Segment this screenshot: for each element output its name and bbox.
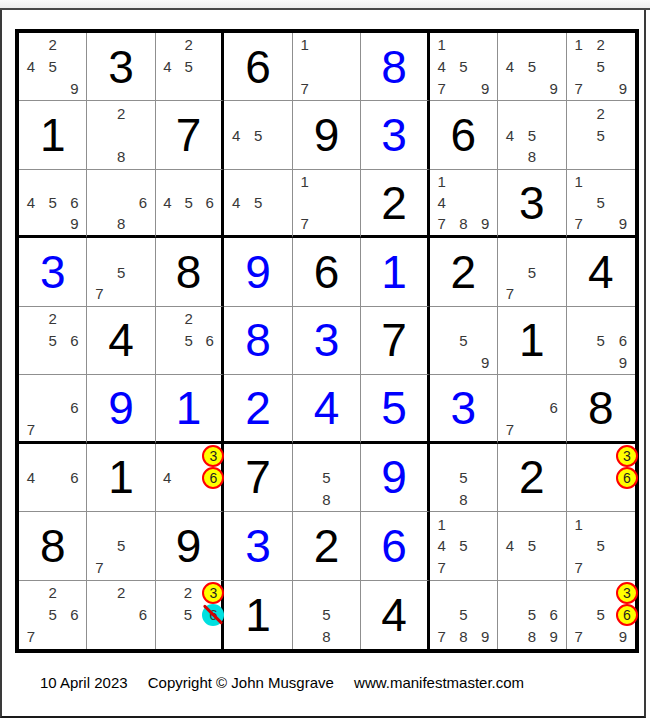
pencil-mark-grid: 68 <box>88 171 153 234</box>
candidate: 7 <box>27 422 35 437</box>
candidate: 5 <box>322 470 330 485</box>
candidate: 4 <box>506 59 514 74</box>
footer-copyright: Copyright © John Musgrave <box>148 674 334 691</box>
cell-r7c9[interactable]: 36 <box>567 444 635 512</box>
cell-r7c5[interactable]: 58 <box>293 444 361 512</box>
given-digit: 7 <box>245 454 271 500</box>
cell-r1c9[interactable]: 12579 <box>567 33 635 101</box>
given-digit: 4 <box>108 317 134 363</box>
pencil-mark-grid: 256 <box>157 308 220 373</box>
cell-r6c3[interactable]: 1 <box>156 375 224 443</box>
cell-r2c5[interactable]: 9 <box>293 101 361 169</box>
cell-r5c3[interactable]: 256 <box>156 307 224 375</box>
candidate: 1 <box>574 37 582 52</box>
cell-r4c3[interactable]: 8 <box>156 238 224 306</box>
candidate: 5 <box>528 128 536 143</box>
candidate: 1 <box>437 37 445 52</box>
cell-r5c6[interactable]: 7 <box>361 307 429 375</box>
cell-r7c6[interactable]: 9 <box>361 444 429 512</box>
candidate: 5 <box>322 607 330 622</box>
cell-r9c4[interactable]: 1 <box>224 581 292 649</box>
candidate-eliminated: 6 <box>202 604 224 626</box>
candidate: 7 <box>574 81 582 96</box>
footer-date: 10 April 2023 <box>40 674 128 691</box>
candidate: 5 <box>117 538 125 553</box>
pencil-mark-grid: 2356 <box>157 582 220 648</box>
pencil-mark-grid: 456 <box>157 171 220 234</box>
cell-r5c5[interactable]: 3 <box>293 307 361 375</box>
given-digit: 8 <box>176 249 202 295</box>
cell-r8c4[interactable]: 3 <box>224 512 292 580</box>
cell-r9c7[interactable]: 5789 <box>430 581 498 649</box>
given-digit: 1 <box>108 454 134 500</box>
pencil-mark-grid: 12579 <box>568 34 634 99</box>
candidate: 7 <box>301 216 309 231</box>
cell-r1c7[interactable]: 14579 <box>430 33 498 101</box>
candidate-circled: 6 <box>202 467 224 489</box>
cell-r5c8[interactable]: 1 <box>498 307 566 375</box>
candidate: 2 <box>117 585 125 600</box>
solved-digit: 9 <box>381 454 407 500</box>
pencil-mark-grid: 57 <box>499 239 564 304</box>
cell-r9c2[interactable]: 26 <box>87 581 155 649</box>
given-digit: 8 <box>588 385 614 431</box>
solved-digit: 9 <box>108 385 134 431</box>
pencil-mark-grid: 17 <box>294 171 359 234</box>
candidate: 4 <box>232 128 240 143</box>
solved-digit: 3 <box>451 385 477 431</box>
candidate: 5 <box>49 607 57 622</box>
cell-r3c2[interactable]: 68 <box>87 170 155 238</box>
given-digit: 9 <box>176 523 202 569</box>
candidate: 7 <box>437 560 445 575</box>
cell-r9c6[interactable]: 4 <box>361 581 429 649</box>
candidate: 5 <box>184 607 192 622</box>
cell-r5c9[interactable]: 569 <box>567 307 635 375</box>
candidate: 5 <box>459 59 467 74</box>
cell-r1c6[interactable]: 8 <box>361 33 429 101</box>
cell-r2c8[interactable]: 458 <box>498 101 566 169</box>
cell-r5c2[interactable]: 4 <box>87 307 155 375</box>
candidate: 7 <box>506 286 514 301</box>
candidate: 7 <box>574 560 582 575</box>
cell-r3c1[interactable]: 4569 <box>19 170 87 238</box>
candidate-circled: 3 <box>616 445 638 467</box>
given-digit: 4 <box>381 592 407 638</box>
content-area: 2459324561781457945912579128745936458254… <box>0 10 646 718</box>
candidate: 5 <box>254 195 262 210</box>
cell-r1c3[interactable]: 245 <box>156 33 224 101</box>
pencil-mark-grid: 256 <box>20 308 85 373</box>
cell-r4c5[interactable]: 6 <box>293 238 361 306</box>
pencil-mark-grid: 67 <box>20 376 85 439</box>
cell-r4c7[interactable]: 2 <box>430 238 498 306</box>
solved-digit: 3 <box>245 523 271 569</box>
candidate: 2 <box>184 311 192 326</box>
given-digit: 1 <box>40 112 66 158</box>
candidate: 9 <box>70 81 78 96</box>
given-digit: 9 <box>314 112 340 158</box>
cell-r4c4[interactable]: 9 <box>224 238 292 306</box>
cell-r1c2[interactable]: 3 <box>87 33 155 101</box>
candidate: 9 <box>549 629 557 644</box>
pencil-mark-grid: 36 <box>568 445 634 510</box>
pencil-mark-grid: 45 <box>499 513 564 578</box>
candidate: 9 <box>619 216 627 231</box>
cell-r7c3[interactable]: 346 <box>156 444 224 512</box>
candidate: 6 <box>619 333 627 348</box>
cell-r6c4[interactable]: 2 <box>224 375 292 443</box>
candidate: 1 <box>574 517 582 532</box>
candidate-circled: 3 <box>616 582 638 604</box>
given-digit: 8 <box>40 523 66 569</box>
candidate: 2 <box>184 37 192 52</box>
cell-r8c5[interactable]: 2 <box>293 512 361 580</box>
cell-r8c3[interactable]: 9 <box>156 512 224 580</box>
candidate: 4 <box>437 538 445 553</box>
cell-r3c3[interactable]: 456 <box>156 170 224 238</box>
candidate: 6 <box>70 400 78 415</box>
solved-digit: 8 <box>245 317 271 363</box>
given-digit: 2 <box>519 454 545 500</box>
candidate: 8 <box>459 492 467 507</box>
candidate: 2 <box>49 311 57 326</box>
candidate: 4 <box>163 59 171 74</box>
candidate: 1 <box>301 37 309 52</box>
candidate: 8 <box>459 216 467 231</box>
pencil-mark-grid: 4569 <box>20 171 85 234</box>
cell-r6c7[interactable]: 3 <box>430 375 498 443</box>
given-digit: 2 <box>381 180 407 226</box>
candidate: 9 <box>70 216 78 231</box>
candidate: 6 <box>549 607 557 622</box>
candidate: 7 <box>574 629 582 644</box>
cell-r2c3[interactable]: 7 <box>156 101 224 169</box>
cell-r8c6[interactable]: 6 <box>361 512 429 580</box>
candidate: 7 <box>301 81 309 96</box>
cell-r6c6[interactable]: 5 <box>361 375 429 443</box>
given-digit: 7 <box>176 112 202 158</box>
pencil-mark-grid: 1457 <box>431 513 496 578</box>
candidate: 4 <box>506 128 514 143</box>
given-digit: 6 <box>451 112 477 158</box>
candidate: 5 <box>184 333 192 348</box>
cell-r4c2[interactable]: 57 <box>87 238 155 306</box>
cell-r8c7[interactable]: 1457 <box>430 512 498 580</box>
cell-r5c1[interactable]: 256 <box>19 307 87 375</box>
given-digit: 6 <box>314 249 340 295</box>
pencil-mark-grid: 14789 <box>431 171 496 234</box>
candidate: 2 <box>597 106 605 121</box>
cell-r3c8[interactable]: 3 <box>498 170 566 238</box>
candidate: 8 <box>528 629 536 644</box>
footer-website-link[interactable]: www.manifestmaster.com <box>354 674 524 691</box>
candidate: 4 <box>437 195 445 210</box>
candidate: 9 <box>619 355 627 370</box>
candidate: 7 <box>437 81 445 96</box>
candidate: 6 <box>70 470 78 485</box>
cell-r2c1[interactable]: 1 <box>19 101 87 169</box>
candidate: 9 <box>481 629 489 644</box>
pencil-mark-grid: 245 <box>157 34 220 99</box>
candidate: 2 <box>597 37 605 52</box>
candidate: 8 <box>322 492 330 507</box>
candidate: 1 <box>437 517 445 532</box>
solved-digit: 5 <box>381 385 407 431</box>
candidate: 8 <box>322 629 330 644</box>
cell-r6c2[interactable]: 9 <box>87 375 155 443</box>
solved-digit: 6 <box>381 523 407 569</box>
candidate: 5 <box>459 607 467 622</box>
cell-r4c6[interactable]: 1 <box>361 238 429 306</box>
candidate: 6 <box>206 195 214 210</box>
pencil-mark-grid: 25 <box>568 102 634 167</box>
cell-r6c5[interactable]: 4 <box>293 375 361 443</box>
cell-r3c6[interactable]: 2 <box>361 170 429 238</box>
pencil-mark-grid: 28 <box>88 102 153 167</box>
pencil-mark-grid: 58 <box>431 445 496 510</box>
candidate: 5 <box>528 59 536 74</box>
given-digit: 1 <box>245 592 271 638</box>
candidate: 5 <box>184 195 192 210</box>
cell-r2c6[interactable]: 3 <box>361 101 429 169</box>
candidate: 5 <box>597 195 605 210</box>
pencil-mark-grid: 45 <box>225 102 290 167</box>
cell-r2c2[interactable]: 28 <box>87 101 155 169</box>
candidate: 4 <box>437 59 445 74</box>
cell-r7c1[interactable]: 46 <box>19 444 87 512</box>
candidate: 6 <box>139 195 147 210</box>
pencil-mark-grid: 35679 <box>568 582 634 648</box>
cell-r1c5[interactable]: 17 <box>293 33 361 101</box>
cell-r8c1[interactable]: 8 <box>19 512 87 580</box>
candidate: 5 <box>597 59 605 74</box>
cell-r1c1[interactable]: 2459 <box>19 33 87 101</box>
candidate: 5 <box>49 59 57 74</box>
cell-r4c8[interactable]: 57 <box>498 238 566 306</box>
pencil-mark-grid: 1579 <box>568 171 634 234</box>
candidate: 5 <box>459 333 467 348</box>
footer: 10 April 2023 Copyright © John Musgrave … <box>40 674 524 691</box>
cell-r9c1[interactable]: 2567 <box>19 581 87 649</box>
candidate: 2 <box>184 585 192 600</box>
cell-r1c4[interactable]: 6 <box>224 33 292 101</box>
cell-r3c9[interactable]: 1579 <box>567 170 635 238</box>
cell-r8c8[interactable]: 45 <box>498 512 566 580</box>
candidate: 4 <box>27 470 35 485</box>
given-digit: 6 <box>245 44 271 90</box>
candidate: 7 <box>95 560 103 575</box>
candidate: 5 <box>597 607 605 622</box>
candidate: 7 <box>506 422 514 437</box>
candidate: 8 <box>117 216 125 231</box>
candidate: 5 <box>528 538 536 553</box>
cell-r3c4[interactable]: 45 <box>224 170 292 238</box>
candidate: 5 <box>459 470 467 485</box>
pencil-mark-grid: 458 <box>499 102 564 167</box>
cell-r8c2[interactable]: 57 <box>87 512 155 580</box>
pencil-mark-grid: 58 <box>294 445 359 510</box>
candidate: 6 <box>549 400 557 415</box>
candidate: 2 <box>117 106 125 121</box>
solved-digit: 2 <box>245 385 271 431</box>
candidate: 9 <box>619 629 627 644</box>
pencil-mark-grid: 67 <box>499 376 564 439</box>
given-digit: 3 <box>519 180 545 226</box>
candidate: 9 <box>481 216 489 231</box>
pencil-mark-grid: 58 <box>294 582 359 648</box>
candidate: 5 <box>254 128 262 143</box>
candidate: 4 <box>27 195 35 210</box>
cell-r5c7[interactable]: 59 <box>430 307 498 375</box>
pencil-mark-grid: 157 <box>568 513 634 578</box>
candidate: 5 <box>459 538 467 553</box>
pencil-mark-grid: 45 <box>225 171 290 234</box>
candidate: 5 <box>597 538 605 553</box>
cell-r7c8[interactable]: 2 <box>498 444 566 512</box>
given-digit: 2 <box>314 523 340 569</box>
solved-digit: 3 <box>381 112 407 158</box>
pencil-mark-grid: 459 <box>499 34 564 99</box>
candidate: 4 <box>163 470 171 485</box>
cell-r3c5[interactable]: 17 <box>293 170 361 238</box>
pencil-mark-grid: 26 <box>88 582 153 648</box>
cell-r3c7[interactable]: 14789 <box>430 170 498 238</box>
cell-r9c3[interactable]: 2356 <box>156 581 224 649</box>
given-digit: 7 <box>381 317 407 363</box>
candidate: 9 <box>481 355 489 370</box>
candidate: 2 <box>49 37 57 52</box>
candidate: 4 <box>232 195 240 210</box>
candidate-circled: 3 <box>202 445 224 467</box>
candidate: 6 <box>70 607 78 622</box>
candidate: 5 <box>117 265 125 280</box>
candidate: 7 <box>574 216 582 231</box>
pencil-mark-grid: 57 <box>88 513 153 578</box>
candidate: 6 <box>70 333 78 348</box>
cell-r4c1[interactable]: 3 <box>19 238 87 306</box>
given-digit: 2 <box>451 249 477 295</box>
candidate: 6 <box>70 195 78 210</box>
pencil-mark-grid: 59 <box>431 308 496 373</box>
candidate: 1 <box>437 174 445 189</box>
candidate: 5 <box>597 128 605 143</box>
candidate: 2 <box>49 585 57 600</box>
cell-r6c8[interactable]: 67 <box>498 375 566 443</box>
window-top-edge <box>0 0 650 10</box>
solved-digit: 1 <box>381 249 407 295</box>
given-digit: 1 <box>519 317 545 363</box>
elimination-slash-icon <box>203 604 224 625</box>
candidate: 5 <box>528 607 536 622</box>
solved-digit: 1 <box>176 385 202 431</box>
candidate: 1 <box>574 174 582 189</box>
cell-r2c9[interactable]: 25 <box>567 101 635 169</box>
candidate: 8 <box>459 629 467 644</box>
cell-r7c7[interactable]: 58 <box>430 444 498 512</box>
cell-r5c4[interactable]: 8 <box>224 307 292 375</box>
candidate: 9 <box>549 81 557 96</box>
candidate: 6 <box>139 607 147 622</box>
candidate-circled: 6 <box>616 467 638 489</box>
cell-r9c5[interactable]: 58 <box>293 581 361 649</box>
pencil-mark-grid: 2567 <box>20 582 85 648</box>
cell-r9c9[interactable]: 35679 <box>567 581 635 649</box>
pencil-mark-grid: 46 <box>20 445 85 510</box>
candidate: 7 <box>95 286 103 301</box>
candidate: 6 <box>206 333 214 348</box>
given-digit: 4 <box>588 249 614 295</box>
solved-digit: 9 <box>245 249 271 295</box>
cell-r6c1[interactable]: 67 <box>19 375 87 443</box>
cell-r8c9[interactable]: 157 <box>567 512 635 580</box>
candidate: 8 <box>528 149 536 164</box>
candidate: 9 <box>619 81 627 96</box>
cell-r4c9[interactable]: 4 <box>567 238 635 306</box>
candidate: 5 <box>49 195 57 210</box>
solved-digit: 3 <box>40 249 66 295</box>
candidate: 4 <box>163 195 171 210</box>
candidate-circled: 6 <box>616 604 638 626</box>
pencil-mark-grid: 57 <box>88 239 153 304</box>
cell-r2c4[interactable]: 45 <box>224 101 292 169</box>
cell-r9c8[interactable]: 5689 <box>498 581 566 649</box>
page: 2459324561781457945912579128745936458254… <box>0 0 650 720</box>
cell-r2c7[interactable]: 6 <box>430 101 498 169</box>
solved-digit: 3 <box>314 317 340 363</box>
candidate: 9 <box>481 81 489 96</box>
cell-r6c9[interactable]: 8 <box>567 375 635 443</box>
pencil-mark-grid: 5689 <box>499 582 564 648</box>
candidate-circled: 3 <box>202 582 224 604</box>
candidate: 5 <box>49 333 57 348</box>
candidate: 1 <box>301 174 309 189</box>
solved-digit: 4 <box>314 385 340 431</box>
candidate: 8 <box>117 149 125 164</box>
candidate: 5 <box>528 265 536 280</box>
pencil-mark-grid: 14579 <box>431 34 496 99</box>
pencil-mark-grid: 5789 <box>431 582 496 648</box>
pencil-mark-grid: 346 <box>157 445 220 510</box>
cell-r1c8[interactable]: 459 <box>498 33 566 101</box>
given-digit: 3 <box>108 44 134 90</box>
pencil-mark-grid: 2459 <box>20 34 85 99</box>
candidate: 5 <box>184 59 192 74</box>
cell-r7c2[interactable]: 1 <box>87 444 155 512</box>
sudoku-board: 2459324561781457945912579128745936458254… <box>15 29 639 653</box>
solved-digit: 8 <box>381 44 407 90</box>
candidate: 7 <box>27 629 35 644</box>
candidate: 7 <box>437 216 445 231</box>
candidate: 4 <box>27 59 35 74</box>
pencil-mark-grid: 17 <box>294 34 359 99</box>
candidate: 5 <box>597 333 605 348</box>
pencil-mark-grid: 569 <box>568 308 634 373</box>
candidate: 7 <box>437 629 445 644</box>
cell-r7c4[interactable]: 7 <box>224 444 292 512</box>
candidate: 4 <box>506 538 514 553</box>
